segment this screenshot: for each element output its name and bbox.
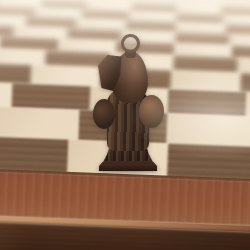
board-square[interactable] bbox=[0, 48, 46, 65]
board-square[interactable] bbox=[167, 90, 246, 117]
board-front-rail bbox=[0, 170, 250, 250]
board-square[interactable] bbox=[0, 81, 12, 108]
board-square[interactable] bbox=[0, 107, 79, 140]
board-square[interactable] bbox=[0, 63, 31, 85]
board-square[interactable] bbox=[245, 93, 250, 120]
knight-piece[interactable] bbox=[92, 33, 164, 173]
piece-left-pauldron bbox=[93, 99, 115, 129]
piece-right-pauldron bbox=[139, 95, 164, 128]
board-square[interactable] bbox=[166, 114, 250, 147]
board-square[interactable] bbox=[12, 84, 91, 111]
chessboard-photo bbox=[0, 0, 250, 250]
piece-ring bbox=[120, 33, 141, 54]
board-square[interactable] bbox=[0, 25, 14, 38]
board-square[interactable] bbox=[0, 136, 68, 174]
